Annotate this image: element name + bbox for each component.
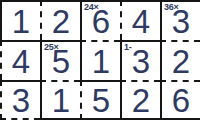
cell-r0c3[interactable]: 4 (120, 0, 160, 40)
cage-clue: 36× (164, 3, 178, 12)
cell-r2c1[interactable]: 1 (40, 80, 80, 120)
cell-r0c1[interactable]: 2 (40, 0, 80, 40)
kenken-board: 1 2 24× 6 4 36× 3 4 25× 5 1 1- 3 2 3 1 5… (0, 0, 200, 120)
cell-r1c2[interactable]: 1 (80, 40, 120, 80)
cage-clue: 1- (124, 43, 131, 52)
cell-value: 1 (92, 45, 110, 78)
cell-r2c2[interactable]: 5 (80, 80, 120, 120)
cell-value: 6 (172, 84, 190, 117)
cell-value: 2 (132, 84, 150, 117)
cage-clue: 25× (44, 43, 58, 52)
cell-r1c3[interactable]: 1- 3 (120, 40, 160, 80)
cell-value: 4 (132, 5, 150, 38)
cell-value: 3 (132, 45, 150, 78)
cell-r1c4[interactable]: 2 (160, 40, 200, 80)
cell-r1c1[interactable]: 25× 5 (40, 40, 80, 80)
cell-r1c0[interactable]: 4 (0, 40, 40, 80)
cell-value: 4 (12, 45, 30, 78)
cell-value: 1 (52, 84, 70, 117)
cage-clue: 24× (84, 3, 98, 12)
cell-r2c3[interactable]: 2 (120, 80, 160, 120)
cell-r2c4[interactable]: 6 (160, 80, 200, 120)
cell-r0c0[interactable]: 1 (0, 0, 40, 40)
cell-value: 2 (172, 45, 190, 78)
cell-value: 3 (12, 84, 30, 117)
cell-value: 1 (12, 5, 30, 38)
cell-r0c4[interactable]: 36× 3 (160, 0, 200, 40)
cell-value: 5 (92, 84, 110, 117)
cell-r2c0[interactable]: 3 (0, 80, 40, 120)
cell-r0c2[interactable]: 24× 6 (80, 0, 120, 40)
cell-value: 2 (52, 5, 70, 38)
